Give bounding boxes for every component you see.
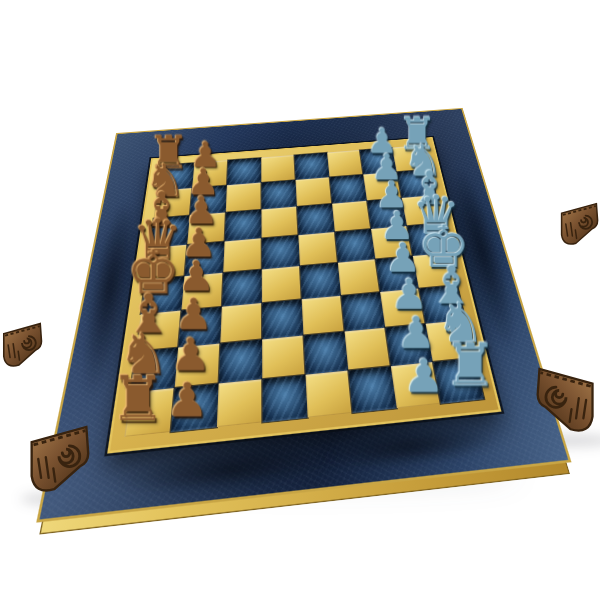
black-rook-glyph: ♜ [443, 335, 497, 395]
square-g4[interactable] [262, 335, 305, 379]
square-c3[interactable] [225, 209, 262, 241]
chess-board: ♜♟♟♜♞♟♟♞♝♟♟♝♛♟♟♛♚♟♟♚♝♟♟♝♞♟♟♞♜♟♟♜ [40, 109, 569, 519]
piece-reflection-front-right [319, 419, 506, 476]
square-h6[interactable] [348, 366, 397, 413]
square-c7[interactable] [367, 198, 407, 229]
square-b4[interactable] [261, 180, 297, 210]
square-g3[interactable] [219, 339, 263, 383]
square-d6[interactable] [335, 229, 376, 263]
column-capital-foot-front-right [534, 358, 598, 442]
white-rook-glyph: ♜ [111, 368, 167, 430]
square-h5[interactable] [306, 371, 353, 418]
square-h3[interactable] [217, 379, 263, 427]
square-a5[interactable] [294, 153, 329, 180]
square-c5[interactable] [297, 204, 335, 236]
square-e4[interactable] [262, 266, 302, 303]
scene: ♜♟♟♜♞♟♟♞♝♟♟♝♛♟♟♛♚♟♟♚♝♟♟♝♞♟♟♞♜♟♟♜ [0, 0, 600, 600]
square-a1[interactable] [157, 163, 194, 191]
square-d4[interactable] [262, 235, 300, 269]
product-photo: ♜♟♟♜♞♟♟♞♝♟♟♝♛♟♟♛♚♟♟♚♝♟♟♝♞♟♟♞♜♟♟♜ rnbqkbn… [0, 0, 600, 600]
black-pawn-glyph: ♟ [403, 352, 444, 398]
square-b2[interactable] [190, 185, 227, 215]
square-e5[interactable] [300, 263, 341, 300]
square-b8[interactable] [397, 169, 436, 198]
square-h4[interactable] [262, 375, 307, 423]
column-capital-foot-front-left [26, 416, 92, 502]
square-a3[interactable] [227, 158, 261, 186]
white-pawn-glyph: ♟ [166, 376, 208, 423]
square-a7[interactable] [360, 148, 397, 175]
square-b6[interactable] [330, 175, 367, 204]
white-pawn-glyph: ♟ [170, 332, 210, 377]
